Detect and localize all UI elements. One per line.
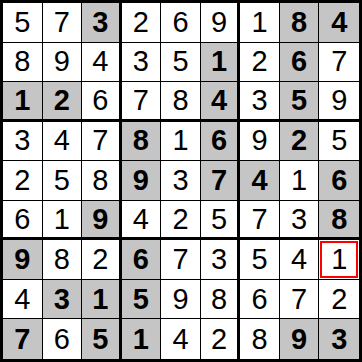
sudoku-cell-r4c7[interactable]: 9: [240, 122, 280, 162]
sudoku-cell-r7c3[interactable]: 2: [82, 240, 122, 280]
sudoku-cell-r1c4[interactable]: 2: [122, 3, 162, 43]
sudoku-cell-r8c3[interactable]: 1: [82, 280, 122, 320]
sudoku-cell-r9c2[interactable]: 6: [43, 319, 83, 359]
sudoku-cell-r4c3[interactable]: 7: [82, 122, 122, 162]
solved-digit: 8: [211, 285, 227, 314]
sudoku-cell-r7c9[interactable]: 1: [319, 240, 359, 280]
given-digit: 4: [252, 166, 268, 195]
solved-digit: 6: [54, 325, 70, 354]
sudoku-cell-r6c8[interactable]: 3: [280, 201, 320, 241]
given-digit: 9: [133, 166, 149, 195]
solved-digit: 1: [172, 126, 188, 155]
given-digit: 1: [211, 47, 227, 76]
solved-digit: 1: [291, 166, 307, 195]
sudoku-cell-r3c7[interactable]: 3: [240, 82, 280, 122]
sudoku-cell-r6c2[interactable]: 1: [43, 201, 83, 241]
sudoku-cell-r4c6[interactable]: 6: [201, 122, 241, 162]
given-digit: 7: [14, 325, 30, 354]
solved-digit: 5: [331, 126, 347, 155]
sudoku-cell-r4c8[interactable]: 2: [280, 122, 320, 162]
sudoku-cell-r1c5[interactable]: 6: [161, 3, 201, 43]
solved-digit: 8: [92, 166, 108, 195]
solved-digit: 5: [252, 245, 268, 274]
solved-digit: 7: [252, 205, 268, 234]
sudoku-cell-r5c5[interactable]: 3: [161, 161, 201, 201]
solved-digit: 9: [54, 47, 70, 76]
sudoku-cell-r9c1[interactable]: 7: [3, 319, 43, 359]
given-digit: 2: [291, 126, 307, 155]
sudoku-cell-r4c5[interactable]: 1: [161, 122, 201, 162]
sudoku-cell-r3c2[interactable]: 2: [43, 82, 83, 122]
sudoku-cell-r6c3[interactable]: 9: [82, 201, 122, 241]
sudoku-cell-r9c4[interactable]: 1: [122, 319, 162, 359]
sudoku-cell-r9c3[interactable]: 5: [82, 319, 122, 359]
solved-digit: 9: [331, 86, 347, 115]
sudoku-cell-r7c2[interactable]: 8: [43, 240, 83, 280]
sudoku-cell-r5c6[interactable]: 7: [201, 161, 241, 201]
solved-digit: 2: [331, 285, 347, 314]
sudoku-cell-r1c3[interactable]: 3: [82, 3, 122, 43]
sudoku-cell-r8c7[interactable]: 6: [240, 280, 280, 320]
sudoku-cell-r6c4[interactable]: 4: [122, 201, 162, 241]
sudoku-cell-r3c4[interactable]: 7: [122, 82, 162, 122]
sudoku-cell-r1c7[interactable]: 1: [240, 3, 280, 43]
solved-digit: 2: [252, 47, 268, 76]
sudoku-cell-r8c8[interactable]: 7: [280, 280, 320, 320]
solved-digit: 8: [54, 245, 70, 274]
sudoku-cell-r7c1[interactable]: 9: [3, 240, 43, 280]
solved-digit: 6: [14, 205, 30, 234]
solved-digit: 2: [172, 205, 188, 234]
sudoku-cell-r8c4[interactable]: 5: [122, 280, 162, 320]
sudoku-cell-r3c3[interactable]: 6: [82, 82, 122, 122]
solved-digit: 4: [133, 205, 149, 234]
sudoku-cell-r2c4[interactable]: 3: [122, 43, 162, 83]
given-digit: 1: [14, 86, 30, 115]
sudoku-cell-r4c2[interactable]: 4: [43, 122, 83, 162]
sudoku-cell-r3c5[interactable]: 8: [161, 82, 201, 122]
given-digit: 6: [211, 126, 227, 155]
sudoku-cell-r4c1[interactable]: 3: [3, 122, 43, 162]
sudoku-cell-r2c2[interactable]: 9: [43, 43, 83, 83]
solved-digit: 4: [14, 285, 30, 314]
sudoku-cell-r7c6[interactable]: 3: [201, 240, 241, 280]
sudoku-cell-r2c9[interactable]: 7: [319, 43, 359, 83]
sudoku-cell-r2c6[interactable]: 1: [201, 43, 241, 83]
solved-digit: 3: [252, 86, 268, 115]
solved-digit: 1: [54, 205, 70, 234]
sudoku-cell-r5c1[interactable]: 2: [3, 161, 43, 201]
sudoku-cell-r7c5[interactable]: 7: [161, 240, 201, 280]
sudoku-cell-r7c8[interactable]: 4: [280, 240, 320, 280]
given-digit: 8: [331, 205, 347, 234]
sudoku-cell-r5c2[interactable]: 5: [43, 161, 83, 201]
solved-digit: 7: [172, 245, 188, 274]
sudoku-cell-r4c4[interactable]: 8: [122, 122, 162, 162]
sudoku-cell-r8c5[interactable]: 9: [161, 280, 201, 320]
solved-digit: 5: [14, 8, 30, 37]
solved-digit: 8: [172, 86, 188, 115]
solved-digit: 9: [172, 285, 188, 314]
solved-digit: 6: [92, 86, 108, 115]
sudoku-cell-r3c6[interactable]: 4: [201, 82, 241, 122]
sudoku-cell-r1c8[interactable]: 8: [280, 3, 320, 43]
sudoku-cell-r6c1[interactable]: 6: [3, 201, 43, 241]
sudoku-cell-r8c1[interactable]: 4: [3, 280, 43, 320]
sudoku-cell-r9c6[interactable]: 2: [201, 319, 241, 359]
solved-digit: 9: [211, 8, 227, 37]
given-digit: 2: [54, 86, 70, 115]
solved-digit: 3: [133, 47, 149, 76]
given-digit: 7: [211, 166, 227, 195]
sudoku-cell-r9c9[interactable]: 3: [319, 319, 359, 359]
sudoku-cell-r6c7[interactable]: 7: [240, 201, 280, 241]
sudoku-cell-r2c7[interactable]: 2: [240, 43, 280, 83]
given-digit: 1: [92, 285, 108, 314]
sudoku-cell-r1c6[interactable]: 9: [201, 3, 241, 43]
solved-digit: 5: [211, 205, 227, 234]
solved-digit: 8: [14, 47, 30, 76]
sudoku-cell-r3c9[interactable]: 9: [319, 82, 359, 122]
sudoku-cell-r5c9[interactable]: 6: [319, 161, 359, 201]
sudoku-cell-r7c7[interactable]: 5: [240, 240, 280, 280]
solved-digit: 4: [54, 126, 70, 155]
sudoku-cell-r4c9[interactable]: 5: [319, 122, 359, 162]
given-digit: 6: [331, 166, 347, 195]
solved-digit: 4: [172, 325, 188, 354]
sudoku-cell-r5c7[interactable]: 4: [240, 161, 280, 201]
given-digit: 9: [291, 325, 307, 354]
sudoku-cell-r2c5[interactable]: 5: [161, 43, 201, 83]
given-digit: 9: [14, 245, 30, 274]
solved-digit: 8: [252, 325, 268, 354]
given-digit: 6: [291, 47, 307, 76]
given-digit: 3: [54, 285, 70, 314]
given-digit: 9: [92, 205, 108, 234]
sudoku-cell-r2c8[interactable]: 6: [280, 43, 320, 83]
solved-digit: 3: [291, 205, 307, 234]
sudoku-cell-r3c8[interactable]: 5: [280, 82, 320, 122]
solved-digit: 4: [291, 245, 307, 274]
solved-digit: 7: [133, 86, 149, 115]
given-digit: 4: [331, 8, 347, 37]
solved-digit: 2: [92, 245, 108, 274]
solved-digit: 3: [211, 245, 227, 274]
solved-digit: 2: [211, 325, 227, 354]
sudoku-cell-r7c4[interactable]: 6: [122, 240, 162, 280]
sudoku-cell-r8c6[interactable]: 8: [201, 280, 241, 320]
solved-digit: 4: [92, 47, 108, 76]
sudoku-cell-r6c6[interactable]: 5: [201, 201, 241, 241]
solved-digit: 5: [54, 166, 70, 195]
given-digit: 8: [291, 8, 307, 37]
sudoku-cell-r3c1[interactable]: 1: [3, 82, 43, 122]
solved-digit: 9: [252, 126, 268, 155]
solved-digit: 5: [172, 47, 188, 76]
solved-digit: 7: [331, 47, 347, 76]
given-digit: 5: [133, 285, 149, 314]
given-digit: 3: [92, 8, 108, 37]
given-digit: 8: [133, 126, 149, 155]
solved-digit: 7: [54, 8, 70, 37]
solved-digit: 7: [92, 126, 108, 155]
sudoku-cell-r8c9[interactable]: 2: [319, 280, 359, 320]
solved-digit: 6: [252, 285, 268, 314]
solved-digit: 7: [291, 285, 307, 314]
sudoku-cell-r5c4[interactable]: 9: [122, 161, 162, 201]
solved-digit: 3: [172, 166, 188, 195]
sudoku-cell-r6c9[interactable]: 8: [319, 201, 359, 241]
solved-digit: 3: [14, 126, 30, 155]
given-digit: 5: [291, 86, 307, 115]
sudoku-cell-r1c2[interactable]: 7: [43, 3, 83, 43]
given-digit: 5: [92, 325, 108, 354]
sudoku-cell-r1c1[interactable]: 5: [3, 3, 43, 43]
sudoku-cell-r9c8[interactable]: 9: [280, 319, 320, 359]
solved-digit: 2: [14, 166, 30, 195]
sudoku-cell-r8c2[interactable]: 3: [43, 280, 83, 320]
sudoku-cell-r2c1[interactable]: 8: [3, 43, 43, 83]
given-digit: 6: [133, 245, 149, 274]
sudoku-cell-r2c3[interactable]: 4: [82, 43, 122, 83]
sudoku-cell-r6c5[interactable]: 2: [161, 201, 201, 241]
given-digit: 4: [211, 86, 227, 115]
given-digit: 1: [133, 325, 149, 354]
sudoku-cell-r9c5[interactable]: 4: [161, 319, 201, 359]
sudoku-cell-r5c3[interactable]: 8: [82, 161, 122, 201]
sudoku-cell-r1c9[interactable]: 4: [319, 3, 359, 43]
solved-digit: 2: [133, 8, 149, 37]
sudoku-cell-r9c7[interactable]: 8: [240, 319, 280, 359]
sudoku-board: 5732691848943512671267843593478169252589…: [0, 0, 362, 362]
given-digit: 3: [331, 325, 347, 354]
sudoku-cell-r5c8[interactable]: 1: [280, 161, 320, 201]
solved-digit: 1: [331, 245, 347, 274]
solved-digit: 6: [172, 8, 188, 37]
solved-digit: 1: [252, 8, 268, 37]
